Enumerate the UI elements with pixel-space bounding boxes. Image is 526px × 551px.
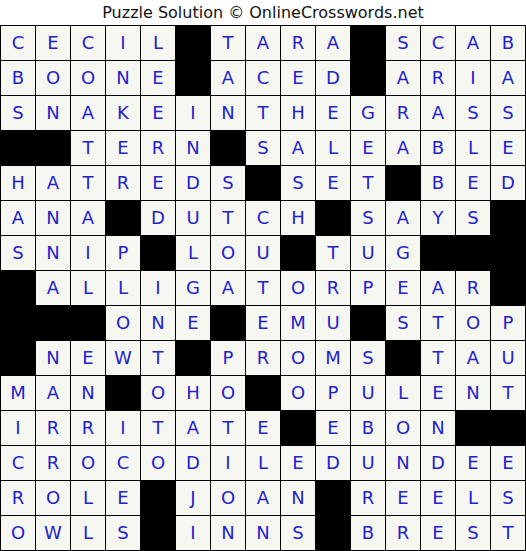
letter-cell: N [211,96,245,130]
block-cell [281,236,315,270]
letter-cell: P [491,306,525,340]
letter-cell: A [386,201,420,235]
letter-cell: R [71,411,105,445]
letter-cell: S [211,166,245,200]
block-cell [351,26,385,60]
letter-cell: U [351,376,385,410]
letter-cell: G [176,271,210,305]
letter-cell: L [456,131,490,165]
letter-cell: U [316,306,350,340]
letter-cell: O [281,341,315,375]
letter-cell: T [421,341,455,375]
letter-cell: A [211,271,245,305]
letter-cell: S [386,306,420,340]
letter-cell: E [141,166,175,200]
block-cell [421,236,455,270]
letter-cell: R [1,481,35,515]
letter-cell: H [281,201,315,235]
letter-cell: O [281,271,315,305]
block-cell [1,131,35,165]
letter-cell: I [211,446,245,480]
block-cell [316,201,350,235]
letter-cell: E [106,481,140,515]
letter-cell: T [211,26,245,60]
letter-cell: D [141,201,175,235]
block-cell [1,341,35,375]
letter-cell: S [456,96,490,130]
block-cell [456,236,490,270]
letter-cell: A [421,271,455,305]
letter-cell: A [316,26,350,60]
block-cell [106,376,140,410]
letter-cell: A [36,376,70,410]
letter-cell: O [106,306,140,340]
letter-cell: A [211,61,245,95]
letter-cell: U [246,236,280,270]
letter-cell: K [106,96,140,130]
letter-cell: S [106,516,140,550]
letter-cell: R [351,481,385,515]
letter-cell: C [1,26,35,60]
letter-cell: P [106,236,140,270]
letter-cell: S [281,516,315,550]
letter-cell: E [281,446,315,480]
letter-cell: S [281,166,315,200]
letter-cell: C [246,201,280,235]
block-cell [246,166,280,200]
letter-cell: R [386,96,420,130]
crossword-solution-page: Puzzle Solution © OnlineCrosswords.net C… [0,0,526,551]
letter-cell: A [281,131,315,165]
letter-cell: A [421,96,455,130]
letter-cell: L [71,481,105,515]
letter-cell: U [351,236,385,270]
letter-cell: O [1,516,35,550]
letter-cell: B [351,411,385,445]
letter-cell: E [106,131,140,165]
block-cell [386,166,420,200]
letter-cell: P [211,341,245,375]
block-cell [491,411,525,445]
page-title: Puzzle Solution © OnlineCrosswords.net [102,3,424,22]
block-cell [246,376,280,410]
block-cell [491,271,525,305]
letter-cell: N [71,376,105,410]
letter-cell: R [106,166,140,200]
letter-cell: E [141,96,175,130]
letter-cell: E [246,411,280,445]
block-cell [176,341,210,375]
letter-cell: A [36,166,70,200]
letter-cell: T [316,236,350,270]
letter-cell: H [1,166,35,200]
letter-cell: O [211,236,245,270]
letter-cell: A [176,411,210,445]
letter-cell: E [491,131,525,165]
letter-cell: A [386,131,420,165]
block-cell [176,26,210,60]
letter-cell: I [106,411,140,445]
letter-cell: E [421,516,455,550]
block-cell [351,306,385,340]
letter-cell: L [106,271,140,305]
letter-cell: N [176,131,210,165]
letter-cell: N [281,481,315,515]
letter-cell: A [71,96,105,130]
letter-cell: D [176,446,210,480]
letter-cell: A [456,26,490,60]
letter-cell: O [281,376,315,410]
letter-cell: T [491,376,525,410]
letter-cell: I [1,411,35,445]
block-cell [211,306,245,340]
letter-cell: E [351,131,385,165]
crossword-grid: CECILTARASCABBOONEACEDARIASNAKEINTHEGRAS… [0,25,526,551]
letter-cell: I [176,96,210,130]
letter-cell: N [36,201,70,235]
letter-cell: E [176,306,210,340]
letter-cell: B [1,61,35,95]
letter-cell: H [281,96,315,130]
letter-cell: E [36,26,70,60]
letter-cell: R [36,411,70,445]
letter-cell: B [421,131,455,165]
block-cell [491,201,525,235]
letter-cell: A [491,61,525,95]
letter-cell: E [421,481,455,515]
letter-cell: N [456,376,490,410]
letter-cell: P [316,376,350,410]
letter-cell: L [386,376,420,410]
block-cell [36,306,70,340]
letter-cell: R [456,271,490,305]
letter-cell: U [176,201,210,235]
letter-cell: M [316,341,350,375]
letter-cell: T [71,131,105,165]
letter-cell: R [246,341,280,375]
letter-cell: A [246,26,280,60]
letter-cell: S [246,131,280,165]
letter-cell: D [491,166,525,200]
letter-cell: Y [421,201,455,235]
letter-cell: E [141,61,175,95]
block-cell [141,236,175,270]
letter-cell: T [211,201,245,235]
letter-cell: I [141,271,175,305]
letter-cell: S [351,341,385,375]
block-cell [36,131,70,165]
letter-cell: C [1,446,35,480]
block-cell [351,61,385,95]
letter-cell: O [141,446,175,480]
letter-cell: U [351,446,385,480]
letter-cell: E [281,61,315,95]
letter-cell: W [106,341,140,375]
letter-cell: N [36,341,70,375]
letter-cell: G [351,96,385,130]
letter-cell: A [71,201,105,235]
letter-cell: I [71,236,105,270]
letter-cell: A [36,271,70,305]
letter-cell: I [176,516,210,550]
letter-cell: A [1,201,35,235]
letter-cell: N [106,61,140,95]
letter-cell: E [246,306,280,340]
letter-cell: T [246,271,280,305]
letter-cell: A [386,61,420,95]
letter-cell: B [421,166,455,200]
block-cell [316,516,350,550]
letter-cell: M [281,306,315,340]
letter-cell: E [71,341,105,375]
letter-cell: N [141,306,175,340]
letter-cell: R [36,446,70,480]
block-cell [176,61,210,95]
letter-cell: O [211,376,245,410]
letter-cell: L [456,481,490,515]
letter-cell: J [176,481,210,515]
letter-cell: P [351,271,385,305]
letter-cell: I [456,61,490,95]
letter-cell: E [386,481,420,515]
letter-cell: R [316,271,350,305]
letter-cell: R [281,26,315,60]
block-cell [141,481,175,515]
block-cell [1,271,35,305]
letter-cell: N [246,516,280,550]
letter-cell: T [246,96,280,130]
letter-cell: E [386,271,420,305]
header: Puzzle Solution © OnlineCrosswords.net [0,0,526,25]
block-cell [281,411,315,445]
letter-cell: T [351,166,385,200]
letter-cell: S [456,201,490,235]
letter-cell: C [71,26,105,60]
letter-cell: O [36,481,70,515]
letter-cell: O [71,61,105,95]
letter-cell: O [386,411,420,445]
block-cell [1,306,35,340]
letter-cell: R [141,131,175,165]
block-cell [141,516,175,550]
letter-cell: N [211,516,245,550]
letter-cell: O [36,61,70,95]
block-cell [456,411,490,445]
letter-cell: D [176,166,210,200]
letter-cell: L [316,131,350,165]
letter-cell: E [421,376,455,410]
letter-cell: S [1,96,35,130]
block-cell [211,131,245,165]
letter-cell: L [71,271,105,305]
letter-cell: L [141,26,175,60]
block-cell [491,236,525,270]
letter-cell: S [386,26,420,60]
letter-cell: N [386,446,420,480]
letter-cell: E [456,166,490,200]
letter-cell: T [141,341,175,375]
letter-cell: T [421,306,455,340]
letter-cell: A [456,341,490,375]
letter-cell: U [491,341,525,375]
letter-cell: O [141,376,175,410]
letter-cell: L [71,516,105,550]
letter-cell: T [211,411,245,445]
letter-cell: B [351,516,385,550]
letter-cell: N [36,96,70,130]
letter-cell: N [36,236,70,270]
letter-cell: D [421,446,455,480]
block-cell [106,201,140,235]
letter-cell: L [176,236,210,270]
letter-cell: T [141,411,175,445]
letter-cell: I [106,26,140,60]
block-cell [386,341,420,375]
letter-cell: O [211,481,245,515]
letter-cell: O [71,446,105,480]
letter-cell: E [316,166,350,200]
letter-cell: E [316,411,350,445]
letter-cell: S [456,516,490,550]
letter-cell: L [246,446,280,480]
letter-cell: N [421,411,455,445]
letter-cell: A [246,481,280,515]
letter-cell: T [491,516,525,550]
letter-cell: E [316,96,350,130]
letter-cell: R [421,61,455,95]
letter-cell: S [491,96,525,130]
block-cell [71,306,105,340]
letter-cell: R [386,516,420,550]
letter-cell: C [106,446,140,480]
letter-cell: S [351,201,385,235]
letter-cell: O [456,306,490,340]
letter-cell: T [71,166,105,200]
letter-cell: S [491,481,525,515]
letter-cell: C [246,61,280,95]
letter-cell: D [316,61,350,95]
letter-cell: C [421,26,455,60]
letter-cell: W [36,516,70,550]
letter-cell: B [491,26,525,60]
letter-cell: S [1,236,35,270]
letter-cell: H [176,376,210,410]
block-cell [316,481,350,515]
letter-cell: M [1,376,35,410]
letter-cell: G [386,236,420,270]
letter-cell: E [456,446,490,480]
letter-cell: D [316,446,350,480]
letter-cell: E [491,446,525,480]
